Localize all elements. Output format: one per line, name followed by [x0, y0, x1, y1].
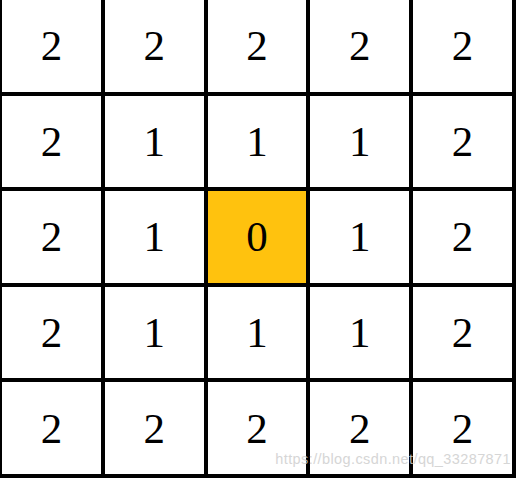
grid-cell: 2: [413, 96, 512, 188]
grid-cell: 1: [105, 287, 204, 379]
grid-cell: 2: [105, 0, 204, 92]
grid-cell: 2: [310, 382, 409, 474]
grid-cell: 1: [310, 287, 409, 379]
grid-cell: 2: [310, 0, 409, 92]
grid-cell: 2: [2, 382, 101, 474]
highlighted-center-cell: 0: [208, 191, 307, 283]
number-grid-board: 2222221112210122111222222: [0, 0, 516, 478]
grid-cell: 1: [105, 96, 204, 188]
grid-cell: 1: [208, 287, 307, 379]
grid-cell: 2: [413, 0, 512, 92]
grid-cell: 2: [208, 382, 307, 474]
grid-cell: 2: [413, 287, 512, 379]
grid-cell: 1: [310, 96, 409, 188]
screenshot-stage: 2222221112210122111222222 https://blog.c…: [0, 0, 516, 478]
grid-cell: 2: [2, 191, 101, 283]
grid-cell: 2: [413, 382, 512, 474]
grid-cell: 2: [2, 96, 101, 188]
grid-cell: 1: [105, 191, 204, 283]
grid-cell: 2: [413, 191, 512, 283]
grid-cell: 2: [208, 0, 307, 92]
grid-cell: 2: [2, 287, 101, 379]
grid-cell: 2: [2, 0, 101, 92]
grid-cell: 2: [105, 382, 204, 474]
grid-cell: 1: [310, 191, 409, 283]
grid-cell: 1: [208, 96, 307, 188]
